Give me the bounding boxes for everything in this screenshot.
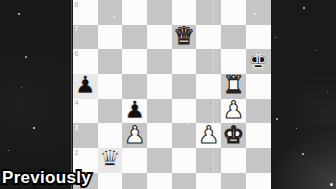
square-g7[interactable] <box>221 25 246 50</box>
rank-label-6: 6 <box>75 50 79 57</box>
piece-white-pawn[interactable]: ♟ <box>196 122 221 147</box>
square-d4[interactable] <box>147 99 172 124</box>
square-e3[interactable] <box>172 123 197 148</box>
square-a3[interactable]: 3 <box>73 123 98 148</box>
left-letterbox-bar <box>0 0 73 189</box>
square-h8[interactable] <box>246 0 271 25</box>
square-g4[interactable]: ♟ <box>221 99 246 124</box>
piece-white-rook[interactable]: ♜ <box>221 73 246 98</box>
square-a8[interactable]: 8 <box>73 0 98 25</box>
square-d6[interactable] <box>147 49 172 74</box>
square-c1[interactable] <box>122 173 147 189</box>
square-e4[interactable] <box>172 99 197 124</box>
rank-label-7: 7 <box>75 25 79 32</box>
square-g3[interactable]: ♚ <box>221 123 246 148</box>
previously-caption: Previously Previously <box>2 169 91 186</box>
square-f2[interactable] <box>196 148 221 173</box>
square-b2[interactable]: ♛ <box>98 148 123 173</box>
square-d8[interactable] <box>147 0 172 25</box>
square-g6[interactable] <box>221 49 246 74</box>
square-d5[interactable] <box>147 74 172 99</box>
square-b5[interactable] <box>98 74 123 99</box>
square-d1[interactable] <box>147 173 172 189</box>
square-f8[interactable] <box>196 0 221 25</box>
square-h4[interactable] <box>246 99 271 124</box>
square-b6[interactable] <box>98 49 123 74</box>
previously-caption-text: Previously <box>2 169 91 186</box>
piece-black-queen[interactable]: ♛ <box>98 147 123 172</box>
square-f5[interactable] <box>196 74 221 99</box>
square-c7[interactable] <box>122 25 147 50</box>
square-f3[interactable]: ♟ <box>196 123 221 148</box>
piece-black-pawn[interactable]: ♟ <box>73 73 98 98</box>
square-g2[interactable] <box>221 148 246 173</box>
square-c8[interactable] <box>122 0 147 25</box>
video-frame: 87♛6♚5♟♜4♟♟3♟♟♚2♛1 Previously Previously <box>0 0 336 189</box>
square-a6[interactable]: 6 <box>73 49 98 74</box>
piece-white-pawn[interactable]: ♟ <box>122 122 147 147</box>
square-h6[interactable]: ♚ <box>246 49 271 74</box>
square-b8[interactable] <box>98 0 123 25</box>
square-c5[interactable] <box>122 74 147 99</box>
rank-label-2: 2 <box>75 149 79 156</box>
square-e2[interactable] <box>172 148 197 173</box>
square-b1[interactable] <box>98 173 123 189</box>
square-c3[interactable]: ♟ <box>122 123 147 148</box>
square-h2[interactable] <box>246 148 271 173</box>
square-c4[interactable]: ♟ <box>122 99 147 124</box>
square-b4[interactable] <box>98 99 123 124</box>
square-f6[interactable] <box>196 49 221 74</box>
piece-white-king[interactable]: ♚ <box>221 122 246 147</box>
square-a4[interactable]: 4 <box>73 99 98 124</box>
square-a5[interactable]: 5♟ <box>73 74 98 99</box>
square-a7[interactable]: 7 <box>73 25 98 50</box>
square-g8[interactable] <box>221 0 246 25</box>
rank-label-4: 4 <box>75 99 79 106</box>
square-e7[interactable]: ♛ <box>172 25 197 50</box>
piece-white-pawn[interactable]: ♟ <box>221 98 246 123</box>
square-g1[interactable] <box>221 173 246 189</box>
square-d3[interactable] <box>147 123 172 148</box>
piece-black-king[interactable]: ♚ <box>246 48 271 73</box>
rank-label-3: 3 <box>75 124 79 131</box>
square-f7[interactable] <box>196 25 221 50</box>
square-d7[interactable] <box>147 25 172 50</box>
square-e8[interactable] <box>172 0 197 25</box>
square-c2[interactable] <box>122 148 147 173</box>
square-b3[interactable] <box>98 123 123 148</box>
square-b7[interactable] <box>98 25 123 50</box>
square-d2[interactable] <box>147 148 172 173</box>
piece-black-pawn[interactable]: ♟ <box>122 98 147 123</box>
square-h7[interactable] <box>246 25 271 50</box>
square-e6[interactable] <box>172 49 197 74</box>
piece-white-queen[interactable]: ♛ <box>172 24 197 49</box>
square-h3[interactable] <box>246 123 271 148</box>
square-e1[interactable] <box>172 173 197 189</box>
square-f1[interactable] <box>196 173 221 189</box>
square-h1[interactable] <box>246 173 271 189</box>
square-e5[interactable] <box>172 74 197 99</box>
rank-label-8: 8 <box>75 1 79 8</box>
right-letterbox-bar <box>270 0 336 189</box>
square-c6[interactable] <box>122 49 147 74</box>
square-f4[interactable] <box>196 99 221 124</box>
square-g5[interactable]: ♜ <box>221 74 246 99</box>
square-h5[interactable] <box>246 74 271 99</box>
chess-board[interactable]: 87♛6♚5♟♜4♟♟3♟♟♚2♛1 <box>73 0 271 189</box>
